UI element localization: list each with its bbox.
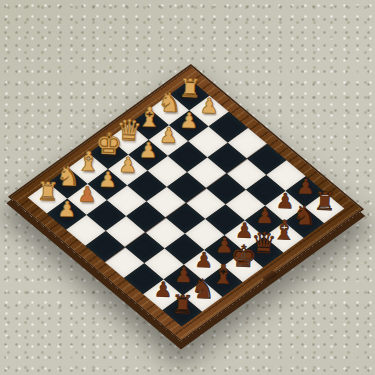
frame-latch bbox=[262, 270, 278, 282]
chess-board: ♜♟♟♜♞♟♟♞♝♟♟♝♛♟♟♛♚♟♟♚♝♟♟♝♞♟♟♞♜♟♟♜ bbox=[28, 80, 345, 327]
chess-board-wrap: ♜♟♟♜♞♟♟♞♝♟♟♝♛♟♟♛♚♟♟♚♝♟♟♝♞♟♟♞♜♟♟♜ bbox=[8, 64, 364, 342]
floor-background: ♜♟♟♜♞♟♟♞♝♟♟♝♛♟♟♛♚♟♟♚♝♟♟♝♞♟♟♞♜♟♟♜ bbox=[0, 0, 375, 375]
board-frame: ♜♟♟♜♞♟♟♞♝♟♟♝♛♟♟♛♚♟♟♚♝♟♟♝♞♟♟♞♜♟♟♜ bbox=[8, 64, 364, 342]
white-rook-piece: ♜ bbox=[176, 73, 205, 102]
